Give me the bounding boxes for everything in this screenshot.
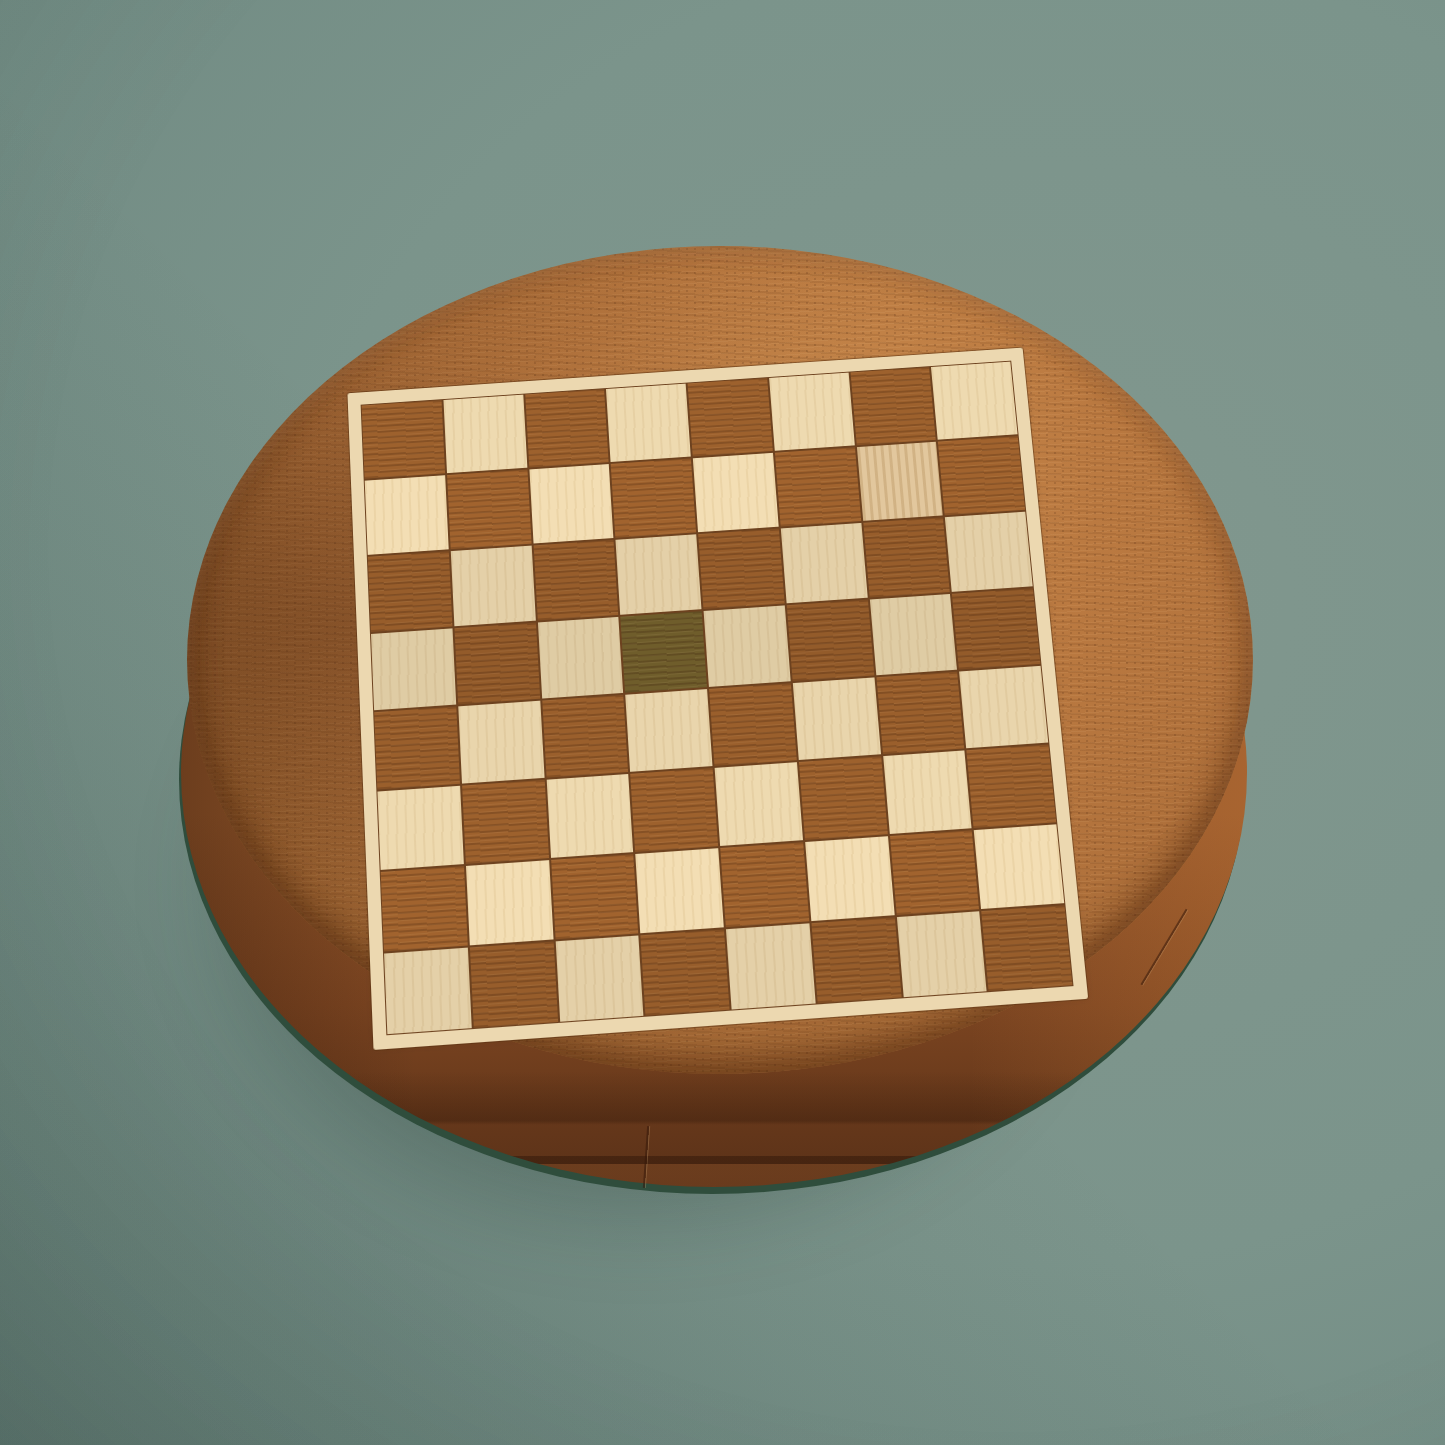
square-d5[interactable] <box>625 689 712 772</box>
square-b1[interactable] <box>443 395 527 474</box>
square-h7[interactable] <box>974 824 1064 909</box>
square-a5[interactable] <box>374 707 460 790</box>
square-h2[interactable] <box>938 436 1025 515</box>
square-f3[interactable] <box>781 523 868 603</box>
square-f1[interactable] <box>769 373 854 451</box>
square-e4[interactable] <box>704 605 791 687</box>
square-g3[interactable] <box>863 517 950 597</box>
square-c1[interactable] <box>525 389 609 467</box>
square-g2[interactable] <box>856 442 943 521</box>
square-a1[interactable] <box>362 400 445 479</box>
square-c6[interactable] <box>546 774 633 858</box>
square-g1[interactable] <box>850 367 936 445</box>
square-b5[interactable] <box>458 701 544 784</box>
square-c5[interactable] <box>542 695 629 778</box>
square-h8[interactable] <box>981 905 1072 991</box>
square-b2[interactable] <box>447 470 531 550</box>
square-c7[interactable] <box>551 854 639 939</box>
square-h1[interactable] <box>931 362 1017 440</box>
square-g4[interactable] <box>869 594 957 675</box>
square-e2[interactable] <box>693 453 779 532</box>
square-e8[interactable] <box>726 923 815 1009</box>
square-g8[interactable] <box>896 911 986 997</box>
square-e3[interactable] <box>698 529 784 609</box>
square-h5[interactable] <box>959 666 1048 748</box>
square-b3[interactable] <box>451 546 536 627</box>
square-e5[interactable] <box>709 683 796 766</box>
square-d1[interactable] <box>606 384 691 462</box>
square-a8[interactable] <box>384 948 471 1035</box>
square-a3[interactable] <box>368 551 452 632</box>
square-e1[interactable] <box>688 378 773 456</box>
square-d8[interactable] <box>641 929 730 1015</box>
square-b6[interactable] <box>462 780 549 864</box>
square-d3[interactable] <box>616 534 702 615</box>
square-f4[interactable] <box>787 600 874 681</box>
inlaid-chessboard <box>347 348 1088 1050</box>
square-a2[interactable] <box>365 475 449 555</box>
square-h4[interactable] <box>952 588 1040 669</box>
square-h6[interactable] <box>967 745 1057 829</box>
square-f2[interactable] <box>775 447 861 526</box>
square-b8[interactable] <box>470 942 558 1028</box>
square-a4[interactable] <box>371 628 456 710</box>
square-e6[interactable] <box>715 762 803 846</box>
square-a7[interactable] <box>381 866 468 951</box>
square-d6[interactable] <box>630 768 718 852</box>
square-b4[interactable] <box>454 623 539 705</box>
square-c4[interactable] <box>537 617 623 699</box>
square-c8[interactable] <box>555 935 643 1021</box>
square-a6[interactable] <box>377 786 463 870</box>
square-c3[interactable] <box>533 540 618 621</box>
square-d7[interactable] <box>636 848 724 933</box>
square-f7[interactable] <box>805 836 894 921</box>
square-d2[interactable] <box>611 458 696 537</box>
square-f5[interactable] <box>793 677 881 760</box>
square-e7[interactable] <box>720 842 809 927</box>
square-f6[interactable] <box>799 756 888 840</box>
square-f8[interactable] <box>811 917 901 1003</box>
square-c2[interactable] <box>529 464 614 544</box>
square-d4[interactable] <box>621 611 707 693</box>
square-g7[interactable] <box>890 830 980 915</box>
square-g5[interactable] <box>876 672 964 754</box>
square-h3[interactable] <box>945 512 1033 592</box>
background-surface <box>0 0 1445 1445</box>
square-g6[interactable] <box>883 750 972 834</box>
square-b7[interactable] <box>466 860 553 945</box>
board-grid <box>361 361 1074 1036</box>
